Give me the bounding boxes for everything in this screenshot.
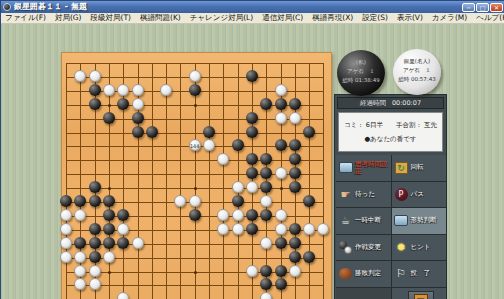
go-board[interactable]: 144 <box>61 52 332 299</box>
white-stone <box>117 292 129 299</box>
button-形勢判断[interactable]: 形勢判断 <box>392 208 447 234</box>
black-stone <box>74 195 86 207</box>
white-stone <box>232 181 244 193</box>
maximize-button[interactable]: □ <box>476 3 489 12</box>
white-stone <box>60 237 72 249</box>
workspace: 144 (私) アゲ石 １ 総時 01:38:49 銀星(名人) アゲ石 １ 総… <box>1 24 504 299</box>
menu-item-6[interactable]: 棋譜再現(X) <box>312 13 353 23</box>
white-stone <box>103 84 115 96</box>
white-stone <box>303 223 315 235</box>
button-label: 一時中断 <box>355 216 381 225</box>
menu-item-8[interactable]: 表示(V) <box>397 13 423 23</box>
hand-icon: ☛ <box>338 187 353 201</box>
app-icon <box>3 3 11 11</box>
white-stone <box>117 84 129 96</box>
black-stone <box>89 223 101 235</box>
grid-vline <box>180 63 181 299</box>
black-stone <box>103 209 115 221</box>
black-stone <box>260 153 272 165</box>
black-player-ball: (私) アゲ石 １ 総時 01:38:49 <box>337 50 385 96</box>
black-stone <box>275 237 287 249</box>
white-stone <box>232 209 244 221</box>
rotate-board-icon: ↻ <box>394 161 409 175</box>
black-stone <box>260 181 272 193</box>
black-stone <box>146 126 158 138</box>
go-bowl-icon <box>338 267 353 281</box>
menu-bar: ファイル(F)対局(G)段級対局(T)棋譜問題(K)チャレンジ対局(L)通信対局… <box>1 13 504 24</box>
black-stone <box>103 112 115 124</box>
button-投 了[interactable]: ⚐投 了 <box>392 261 447 287</box>
button-ヒント[interactable]: ✹ヒント <box>392 235 447 261</box>
button-label: 投 了 <box>411 269 431 278</box>
white-stone <box>260 237 272 249</box>
black-stone <box>232 195 244 207</box>
black-stone <box>260 265 272 277</box>
black-stone <box>275 98 287 110</box>
coffee-cup-icon: ☕ <box>338 214 353 228</box>
last-move-number: 144 <box>190 143 200 149</box>
black-stone <box>89 181 101 193</box>
black-stone <box>117 237 129 249</box>
black-stone <box>246 126 258 138</box>
minimize-button[interactable]: ─ <box>462 3 475 12</box>
black-stone <box>246 167 258 179</box>
black-captures: アゲ石 １ <box>337 66 385 75</box>
white-stone <box>160 84 172 96</box>
white-stone <box>89 70 101 82</box>
black-stone <box>289 153 301 165</box>
button-一時中断[interactable]: ☕一時中断 <box>336 208 391 234</box>
black-stone <box>289 251 301 263</box>
menu-item-1[interactable]: 対局(G) <box>55 13 82 23</box>
button-label: ヒント <box>411 243 431 252</box>
black-stone <box>260 209 272 221</box>
close-button[interactable]: ✕ <box>490 3 503 12</box>
app-window: 銀星囲碁１１ - 無題 ─ □ ✕ ファイル(F)対局(G)段級対局(T)棋譜問… <box>0 0 504 299</box>
white-stone <box>74 251 86 263</box>
black-stone <box>74 237 86 249</box>
white-stone <box>217 223 229 235</box>
black-stone <box>246 223 258 235</box>
button-待った[interactable]: ☛待った <box>336 182 391 208</box>
white-stone <box>132 98 144 110</box>
white-stone <box>246 265 258 277</box>
black-stone <box>246 70 258 82</box>
star-point <box>194 104 197 107</box>
button-label: パス <box>411 190 424 199</box>
black-stone <box>275 139 287 151</box>
black-stone <box>289 237 301 249</box>
button-grid: 思考時間設定↻回転☛待ったPパス☕一時中断形勢判断作戦変更✹ヒント勝敗判定⚐投 … <box>336 155 446 299</box>
black-stone <box>117 98 129 110</box>
black-stone <box>89 98 101 110</box>
grid-vline <box>152 63 153 299</box>
white-stone <box>275 209 287 221</box>
elapsed-value: 00:00:07 <box>392 99 421 107</box>
black-stone <box>289 98 301 110</box>
grid-vline <box>323 63 324 299</box>
white-stone <box>60 223 72 235</box>
empty-cell <box>336 288 391 299</box>
black-stone <box>89 195 101 207</box>
elapsed-time-bar: 経過時間 00:00:07 <box>337 97 444 109</box>
star-point <box>280 187 283 190</box>
monitor-icon <box>338 161 353 175</box>
white-stone <box>89 265 101 277</box>
white-stone <box>246 181 258 193</box>
button-label: 作戦変更 <box>355 243 381 252</box>
button-label: 回転 <box>411 163 424 172</box>
grid-vline <box>166 63 167 299</box>
button-label: 待った <box>355 190 375 199</box>
grid-vline <box>109 63 110 299</box>
grid-vline <box>209 63 210 299</box>
black-stone <box>289 167 301 179</box>
white-stone <box>260 195 272 207</box>
black-stone <box>275 265 287 277</box>
black-stone <box>103 195 115 207</box>
button-勝敗判定[interactable]: 勝敗判定 <box>336 261 391 287</box>
white-stone <box>232 223 244 235</box>
black-stone <box>132 112 144 124</box>
grid-vline <box>66 63 67 299</box>
menu-item-7[interactable]: 設定(S) <box>362 13 388 23</box>
white-stone <box>132 237 144 249</box>
grid-vline <box>195 63 196 299</box>
white-stone <box>275 223 287 235</box>
black-player-name: (私) <box>337 50 385 66</box>
star-point <box>194 271 197 274</box>
monitor-icon <box>394 214 409 228</box>
button-作戦変更[interactable]: 作戦変更 <box>336 235 391 261</box>
elapsed-label: 経過時間 <box>360 99 386 108</box>
black-stone <box>246 153 258 165</box>
white-stone <box>275 112 287 124</box>
white-stone <box>103 251 115 263</box>
lightbulb-icon: ✹ <box>394 240 409 254</box>
white-player-name: 銀星(名人) <box>393 49 441 65</box>
black-stone <box>303 251 315 263</box>
menu-item-9[interactable]: カメラ(M) <box>432 13 467 23</box>
white-player-ball: 銀星(名人) アゲ石 １ 総時 00:57:43 <box>393 49 441 95</box>
black-stone <box>203 126 215 138</box>
button-label: 思考時間設定 <box>355 161 391 175</box>
grid-vline <box>80 63 81 299</box>
button-思考時間設定[interactable]: 思考時間設定 <box>336 155 391 181</box>
star-point <box>108 187 111 190</box>
white-stone <box>74 70 86 82</box>
white-stone <box>117 223 129 235</box>
black-time: 総時 01:38:49 <box>337 75 385 84</box>
white-stone <box>89 278 101 290</box>
black-stone <box>246 112 258 124</box>
white-stone <box>60 209 72 221</box>
black-stone <box>289 223 301 235</box>
button-label: 形勢判断 <box>411 216 437 225</box>
white-stone <box>317 223 329 235</box>
white-stone <box>174 195 186 207</box>
grid-vline <box>309 63 310 299</box>
white-stone <box>189 70 201 82</box>
button-label: 勝敗判定 <box>355 269 381 278</box>
black-stone <box>189 209 201 221</box>
turn-indicator: ●あなたの番です <box>339 130 442 144</box>
black-stone <box>260 278 272 290</box>
white-stone <box>60 251 72 263</box>
black-stone <box>89 237 101 249</box>
white-stone <box>217 153 229 165</box>
black-stone <box>132 126 144 138</box>
black-stone <box>117 209 129 221</box>
white-flag-icon: ⚐ <box>394 267 409 281</box>
black-stone <box>275 278 287 290</box>
black-stone <box>89 251 101 263</box>
white-time: 総時 00:57:43 <box>393 74 441 83</box>
white-stone <box>203 139 215 151</box>
komi-handicap-line: コミ： 6目半 手合割： 互先 <box>339 113 442 130</box>
white-stone <box>74 265 86 277</box>
white-stone <box>260 292 272 299</box>
mini-board-icon: ▦ <box>414 294 428 299</box>
white-stone <box>289 112 301 124</box>
black-stone <box>232 139 244 151</box>
white-stone: 144 <box>189 139 201 151</box>
control-panel: 経過時間 00:00:07 コミ： 6目半 手合割： 互先 ●あなたの番です 思… <box>334 94 447 299</box>
white-stone <box>275 84 287 96</box>
menu-item-3[interactable]: 棋譜問題(K) <box>140 13 181 23</box>
black-stone <box>103 223 115 235</box>
window-title: 銀星囲碁１１ - 無題 <box>14 1 87 13</box>
mini-board-button[interactable]: ▦ <box>392 288 447 299</box>
star-point <box>108 271 111 274</box>
mini-board-button-face[interactable]: ▦ <box>408 291 434 299</box>
white-captures: アゲ石 １ <box>393 65 441 74</box>
black-stone <box>289 139 301 151</box>
white-stone <box>132 84 144 96</box>
black-stone <box>303 126 315 138</box>
game-info-box: コミ： 6目半 手合割： 互先 ●あなたの番です <box>338 112 443 152</box>
stones-icon <box>338 240 353 254</box>
menu-item-2[interactable]: 段級対局(T) <box>91 13 131 23</box>
pass-icon: P <box>394 187 409 201</box>
black-stone <box>260 98 272 110</box>
grid-vline <box>223 63 224 299</box>
white-stone <box>275 167 287 179</box>
star-point <box>194 187 197 190</box>
black-stone <box>289 181 301 193</box>
title-bar[interactable]: 銀星囲碁１１ - 無題 ─ □ ✕ <box>1 1 504 13</box>
star-point <box>108 104 111 107</box>
button-回転[interactable]: ↻回転 <box>392 155 447 181</box>
menu-item-5[interactable]: 通信対局(C) <box>262 13 303 23</box>
black-stone <box>246 209 258 221</box>
white-stone <box>289 265 301 277</box>
white-stone <box>189 195 201 207</box>
black-stone <box>103 237 115 249</box>
black-stone <box>89 84 101 96</box>
black-stone <box>189 84 201 96</box>
menu-item-0[interactable]: ファイル(F) <box>5 13 46 23</box>
white-stone <box>217 209 229 221</box>
black-stone <box>303 195 315 207</box>
black-stone <box>260 167 272 179</box>
white-stone <box>74 278 86 290</box>
white-stone <box>74 209 86 221</box>
menu-item-10[interactable]: ヘルプ(H) <box>476 13 504 23</box>
black-stone <box>60 195 72 207</box>
menu-item-4[interactable]: チャレンジ対局(L) <box>190 13 253 23</box>
button-パス[interactable]: Pパス <box>392 182 447 208</box>
